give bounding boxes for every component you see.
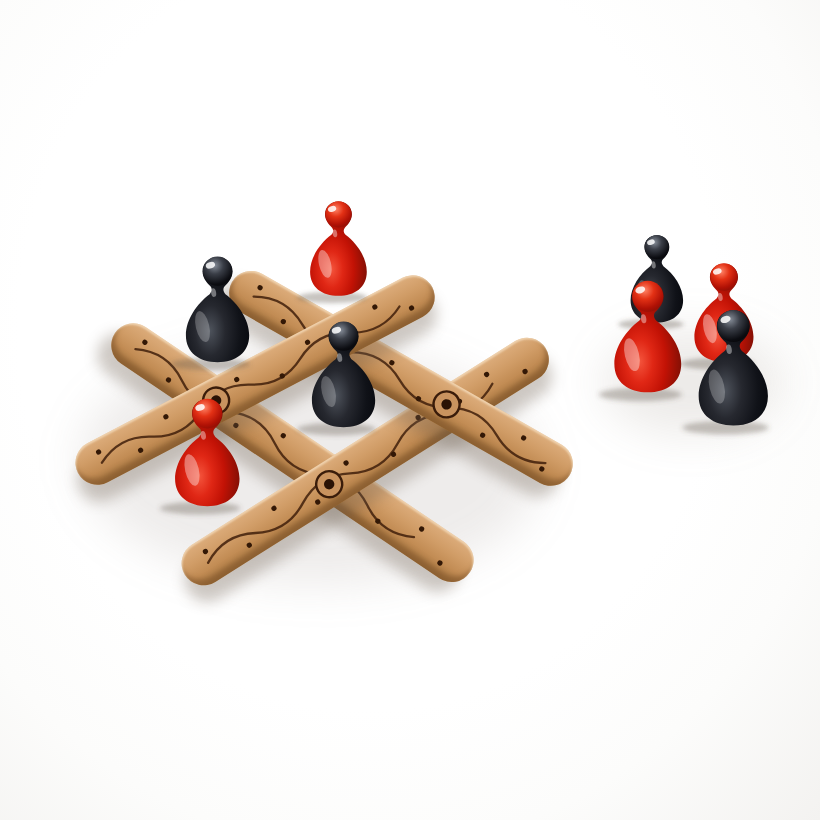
pawn-black-top-center[interactable] [178,253,257,372]
pyrography-dot [202,548,209,555]
pyrography-dot [137,447,144,454]
red-pawn-graphic [606,277,690,402]
black-pawn-graphic [690,306,777,436]
pawn-head [633,280,664,311]
pawn-head [329,321,358,350]
pawn-red-middle-left[interactable] [167,395,248,516]
pyrography-dot [479,432,486,439]
pyrography-dot [257,284,264,291]
pawn-head [192,398,222,428]
pyrography-dot [342,459,349,466]
pyrography-dot [521,368,528,375]
pyrography-dot [520,434,527,441]
pyrography-dot [95,449,102,456]
pawn-black-reserve-2[interactable] [690,306,777,436]
pyrography-dot [371,303,378,310]
scene [0,0,820,820]
black-pawn-graphic [304,318,383,437]
pawn-head [710,263,737,290]
pyrography-dot [408,305,415,312]
pyrography-dot [280,318,287,325]
pyrography-dot [141,339,148,346]
pyrography-dot [165,376,172,383]
pawn-red-top-right[interactable] [303,198,374,304]
pyrography-dot [418,525,425,532]
black-pawn-graphic [178,253,257,372]
red-pawn-graphic [303,198,374,304]
pawn-head [645,235,669,259]
pawn-red-reserve-1[interactable] [606,277,690,402]
pyrography-dot [280,432,287,439]
pyrography-dot [483,371,490,378]
red-pawn-graphic [167,395,248,516]
pyrography-dot [314,498,321,505]
pawn-head [203,256,232,285]
pawn-head [325,201,351,227]
pyrography-dot [538,466,545,473]
pyrography-dot [436,559,443,566]
pawn-head [717,309,749,341]
pyrography-dot [233,376,240,383]
pawn-black-center[interactable] [304,318,383,437]
pyrography-dot [270,505,277,512]
pyrography-dot [246,542,253,549]
